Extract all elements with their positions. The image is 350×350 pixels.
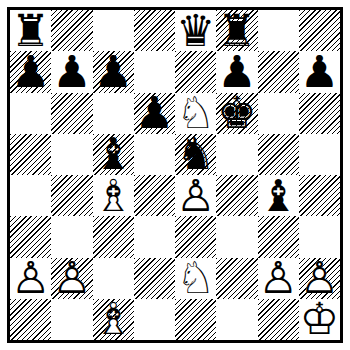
white-pawn[interactable]: ♙ — [175, 175, 216, 216]
white-pawn-fill: ♟ — [299, 258, 340, 299]
white-pawn-fill: ♟ — [258, 258, 299, 299]
square-d7[interactable] — [134, 51, 175, 92]
square-c4[interactable]: ♝♗ — [93, 175, 134, 216]
square-b8[interactable] — [51, 10, 92, 51]
square-d3[interactable] — [134, 216, 175, 257]
square-d5[interactable] — [134, 134, 175, 175]
square-e4[interactable]: ♟♙ — [175, 175, 216, 216]
black-king[interactable]: ♚ — [216, 93, 257, 134]
square-c2[interactable] — [93, 258, 134, 299]
black-pawn[interactable]: ♟ — [216, 51, 257, 92]
white-knight-fill: ♞ — [175, 93, 216, 134]
black-rook[interactable]: ♜ — [10, 10, 51, 51]
square-e3[interactable] — [175, 216, 216, 257]
white-pawn[interactable]: ♙ — [10, 258, 51, 299]
square-g4[interactable]: ♝ — [258, 175, 299, 216]
white-pawn[interactable]: ♙ — [51, 258, 92, 299]
square-b2[interactable]: ♟♙ — [51, 258, 92, 299]
square-b5[interactable] — [51, 134, 92, 175]
square-f1[interactable] — [216, 299, 257, 340]
square-d6[interactable]: ♟ — [134, 93, 175, 134]
black-bishop[interactable]: ♝ — [93, 134, 134, 175]
square-b7[interactable]: ♟ — [51, 51, 92, 92]
square-d1[interactable] — [134, 299, 175, 340]
square-e1[interactable] — [175, 299, 216, 340]
square-f8[interactable]: ♜ — [216, 10, 257, 51]
black-knight[interactable]: ♞ — [175, 134, 216, 175]
square-f5[interactable] — [216, 134, 257, 175]
chess-board: ♜♛♜♟♟♟♟♟♟♞♘♚♝♞♝♗♟♙♝♟♙♟♙♞♘♟♙♟♙♝♗♚♔ — [10, 10, 340, 340]
square-d4[interactable] — [134, 175, 175, 216]
square-g7[interactable] — [258, 51, 299, 92]
white-king[interactable]: ♔ — [299, 299, 340, 340]
square-a7[interactable]: ♟ — [10, 51, 51, 92]
white-pawn-fill: ♟ — [175, 175, 216, 216]
square-g1[interactable] — [258, 299, 299, 340]
square-h3[interactable] — [299, 216, 340, 257]
square-g2[interactable]: ♟♙ — [258, 258, 299, 299]
square-b3[interactable] — [51, 216, 92, 257]
square-h1[interactable]: ♚♔ — [299, 299, 340, 340]
white-king-fill: ♚ — [299, 299, 340, 340]
square-g6[interactable] — [258, 93, 299, 134]
black-queen[interactable]: ♛ — [175, 10, 216, 51]
white-pawn[interactable]: ♙ — [258, 258, 299, 299]
board-frame: ♜♛♜♟♟♟♟♟♟♞♘♚♝♞♝♗♟♙♝♟♙♟♙♞♘♟♙♟♙♝♗♚♔ — [7, 7, 343, 343]
white-knight[interactable]: ♘ — [175, 93, 216, 134]
square-a1[interactable] — [10, 299, 51, 340]
square-h6[interactable] — [299, 93, 340, 134]
square-e7[interactable] — [175, 51, 216, 92]
white-bishop-fill: ♝ — [93, 299, 134, 340]
square-d8[interactable] — [134, 10, 175, 51]
white-knight-fill: ♞ — [175, 258, 216, 299]
square-b6[interactable] — [51, 93, 92, 134]
square-c6[interactable] — [93, 93, 134, 134]
white-bishop[interactable]: ♗ — [93, 299, 134, 340]
square-g3[interactable] — [258, 216, 299, 257]
square-a2[interactable]: ♟♙ — [10, 258, 51, 299]
square-e6[interactable]: ♞♘ — [175, 93, 216, 134]
square-e8[interactable]: ♛ — [175, 10, 216, 51]
square-a6[interactable] — [10, 93, 51, 134]
square-a5[interactable] — [10, 134, 51, 175]
square-b1[interactable] — [51, 299, 92, 340]
black-pawn[interactable]: ♟ — [299, 51, 340, 92]
white-knight[interactable]: ♘ — [175, 258, 216, 299]
square-h4[interactable] — [299, 175, 340, 216]
black-pawn[interactable]: ♟ — [134, 93, 175, 134]
square-f3[interactable] — [216, 216, 257, 257]
white-pawn-fill: ♟ — [51, 258, 92, 299]
square-c7[interactable]: ♟ — [93, 51, 134, 92]
square-h8[interactable] — [299, 10, 340, 51]
square-a4[interactable] — [10, 175, 51, 216]
square-e2[interactable]: ♞♘ — [175, 258, 216, 299]
white-pawn-fill: ♟ — [10, 258, 51, 299]
square-e5[interactable]: ♞ — [175, 134, 216, 175]
square-g8[interactable] — [258, 10, 299, 51]
square-a8[interactable]: ♜ — [10, 10, 51, 51]
square-f2[interactable] — [216, 258, 257, 299]
square-a3[interactable] — [10, 216, 51, 257]
square-d2[interactable] — [134, 258, 175, 299]
square-c3[interactable] — [93, 216, 134, 257]
square-f6[interactable]: ♚ — [216, 93, 257, 134]
square-f4[interactable] — [216, 175, 257, 216]
square-f7[interactable]: ♟ — [216, 51, 257, 92]
square-h2[interactable]: ♟♙ — [299, 258, 340, 299]
square-b4[interactable] — [51, 175, 92, 216]
square-h5[interactable] — [299, 134, 340, 175]
square-g5[interactable] — [258, 134, 299, 175]
square-c1[interactable]: ♝♗ — [93, 299, 134, 340]
black-pawn[interactable]: ♟ — [93, 51, 134, 92]
black-pawn[interactable]: ♟ — [10, 51, 51, 92]
white-pawn[interactable]: ♙ — [299, 258, 340, 299]
square-h7[interactable]: ♟ — [299, 51, 340, 92]
white-bishop[interactable]: ♗ — [93, 175, 134, 216]
square-c8[interactable] — [93, 10, 134, 51]
square-c5[interactable]: ♝ — [93, 134, 134, 175]
white-bishop-fill: ♝ — [93, 175, 134, 216]
black-rook[interactable]: ♜ — [216, 10, 257, 51]
black-bishop[interactable]: ♝ — [258, 175, 299, 216]
black-pawn[interactable]: ♟ — [51, 51, 92, 92]
